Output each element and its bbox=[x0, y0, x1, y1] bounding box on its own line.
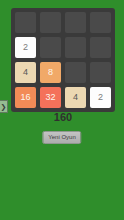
board-cell-r1c0: 2 bbox=[15, 37, 36, 58]
chevron-right-icon: ❯ bbox=[1, 103, 7, 110]
board-cell-r1c1 bbox=[40, 37, 61, 58]
board-cell-r1c2 bbox=[65, 37, 86, 58]
board-cell-r2c2 bbox=[65, 62, 86, 83]
board-cell-r2c0: 4 bbox=[15, 62, 36, 83]
game-screen: 2 4 8 16 32 4 2 160 Yeni Oyun ❯ bbox=[0, 0, 124, 220]
board-cell-r3c2: 4 bbox=[65, 87, 86, 108]
board-cell-r3c0: 16 bbox=[15, 87, 36, 108]
board-cell-r2c3 bbox=[90, 62, 111, 83]
score-value: 160 bbox=[11, 110, 115, 124]
board-cell-r0c1 bbox=[40, 12, 61, 33]
board-cell-r3c1: 32 bbox=[40, 87, 61, 108]
new-game-button[interactable]: Yeni Oyun bbox=[42, 131, 81, 144]
board-cell-r0c0 bbox=[15, 12, 36, 33]
board-cell-r1c3 bbox=[90, 37, 111, 58]
board-cell-r3c3: 2 bbox=[90, 87, 111, 108]
board-cell-r2c1: 8 bbox=[40, 62, 61, 83]
drawer-handle[interactable]: ❯ bbox=[0, 100, 8, 113]
board-cell-r0c3 bbox=[90, 12, 111, 33]
2048-board[interactable]: 2 4 8 16 32 4 2 bbox=[11, 8, 115, 112]
board-cell-r0c2 bbox=[65, 12, 86, 33]
